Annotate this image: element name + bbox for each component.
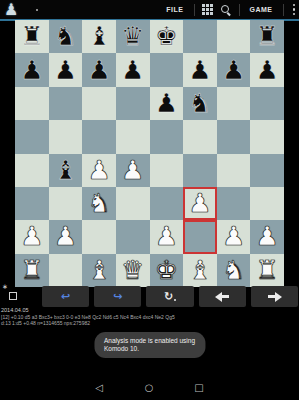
white-pawn: ♟ [222,220,245,253]
square-b2[interactable]: ♟ [49,220,83,253]
black-pawn: ♟ [222,54,245,87]
square-c1[interactable]: ♝ [82,254,116,287]
square-a8[interactable]: ♜ [15,20,49,53]
refresh-icon: ↻ [164,291,173,302]
white-pawn: ♟ [256,220,279,253]
black-rook: ♜ [256,20,279,53]
square-g7[interactable]: ♟ [217,53,251,86]
right-arrow-icon [267,292,282,301]
black-rook: ♜ [20,20,43,53]
black-king: ♚ [155,20,178,53]
black-bishop: ♝ [87,20,110,53]
square-d4[interactable]: ♟ [116,154,150,187]
separator [283,4,284,16]
android-nav-bar: ◁ ○ □ [0,360,299,400]
square-c5[interactable] [82,120,116,153]
square-e6[interactable]: ♟ [150,87,184,120]
square-c3[interactable]: ♞ [82,187,116,220]
square-d1[interactable]: ♛ [116,254,150,287]
square-a1[interactable]: ♜ [15,254,49,287]
game-date: 2014.04.05 [1,307,298,314]
move-toolbar: ↩ ↪ ↻ [42,286,298,307]
square-f1[interactable]: ♝ [183,254,217,287]
action-bar: ♟ FILE GAME [0,0,299,21]
square-d5[interactable] [116,120,150,153]
square-g8[interactable] [217,20,251,53]
black-pawn: ♟ [155,87,178,120]
chess-board: ♜♞♝♛♚♜♟♟♟♟♟♟♟♟♞♝♟♟♞♟♟♟♟♟♟♜♝♛♚♝♞♜ [15,20,284,287]
square-h3[interactable] [250,187,284,220]
action-bar-actions: FILE GAME [163,0,297,19]
white-pawn: ♟ [87,154,110,187]
square-b3[interactable] [49,187,83,220]
takeback-move-button[interactable]: ↩ [42,286,89,307]
chess-app-screen: ♟ FILE GAME ♜♞♝♛♚♜♟♟♟♟♟♟♟♟♞♝♟♟♞♟♟♟♟♟♟♜♝♛… [0,0,299,400]
white-knight: ♞ [87,187,110,220]
square-h7[interactable]: ♟ [250,53,284,86]
black-knight: ♞ [188,87,211,120]
square-g5[interactable] [217,120,251,153]
black-pawn: ♟ [20,54,43,87]
recents-icon[interactable]: □ [192,382,206,394]
white-pawn: ♟ [54,220,77,253]
white-rook: ♜ [256,254,279,287]
white-bishop: ♝ [188,254,211,287]
search-icon[interactable] [220,4,232,16]
square-f8[interactable] [183,20,217,53]
square-g1[interactable]: ♞ [217,254,251,287]
square-b6[interactable] [49,87,83,120]
square-d7[interactable]: ♟ [116,53,150,86]
square-h2[interactable]: ♟ [250,220,284,253]
square-e4[interactable] [150,154,184,187]
square-e5[interactable] [150,120,184,153]
white-pawn: ♟ [121,154,144,187]
square-d2[interactable] [116,220,150,253]
black-pawn: ♟ [256,54,279,87]
engine-output-panel: 2014.04.05 [12] +0.10 d5 a3 Bxc3+ bxc3 0… [1,307,298,326]
white-rook: ♜ [20,254,43,287]
black-queen: ♛ [121,20,144,53]
square-f5[interactable] [183,120,217,153]
white-pawn: ♟ [188,187,211,220]
left-arrow-icon [215,292,230,301]
square-f3[interactable]: ♟ [183,187,217,220]
square-h5[interactable] [250,120,284,153]
analysis-refresh-button[interactable]: ↻ [146,286,193,307]
separator [239,4,240,16]
white-pawn: ♟ [155,220,178,253]
square-f4[interactable] [183,154,217,187]
square-a7[interactable]: ♟ [15,53,49,86]
square-h4[interactable] [250,154,284,187]
white-knight: ♞ [222,254,245,287]
square-d3[interactable] [116,187,150,220]
toast-line-1: Analysis mode is enabled using [104,337,195,345]
square-a3[interactable] [15,187,49,220]
black-knight: ♞ [54,20,77,53]
black-bishop: ♝ [54,154,77,187]
square-g6[interactable] [217,87,251,120]
square-b8[interactable]: ♞ [49,20,83,53]
board-grid-icon[interactable] [202,4,213,15]
previous-button[interactable] [199,286,246,307]
app-pawn-icon: ♟ [4,0,18,19]
black-pawn: ♟ [188,54,211,87]
square-c4[interactable]: ♟ [82,154,116,187]
square-b7[interactable]: ♟ [49,53,83,86]
forward-move-button[interactable]: ↪ [94,286,141,307]
game-menu-button[interactable]: GAME [247,6,276,13]
square-c6[interactable] [82,87,116,120]
square-e8[interactable]: ♚ [150,20,184,53]
square-g4[interactable] [217,154,251,187]
toast-line-2: Komodo 10. [104,345,195,353]
square-e2[interactable]: ♟ [150,220,184,253]
square-d8[interactable]: ♛ [116,20,150,53]
next-button[interactable] [251,286,298,307]
square-h6[interactable] [250,87,284,120]
engine-line-2: d:13 1:d5 +0.48 n=1314655 nps:275982 [1,320,298,326]
white-king: ♚ [155,254,178,287]
square-d6[interactable] [116,87,150,120]
file-menu-button[interactable]: FILE [163,6,186,13]
square-c7[interactable]: ♟ [82,53,116,86]
action-bar-dot [36,9,38,11]
square-g2[interactable]: ♟ [217,220,251,253]
takeback-arrow-icon: ↩ [61,291,70,302]
square-a2[interactable]: ♟ [15,220,49,253]
black-pawn: ♟ [87,54,110,87]
square-b5[interactable] [49,120,83,153]
side-to-move-indicator [9,292,17,300]
white-bishop: ♝ [87,254,110,287]
square-f2[interactable] [183,220,217,253]
square-e3[interactable] [150,187,184,220]
forward-arrow-icon: ↪ [113,291,122,302]
square-h1[interactable]: ♜ [250,254,284,287]
back-icon[interactable]: ◁ [92,382,106,394]
square-h8[interactable]: ♜ [250,20,284,53]
square-e7[interactable] [150,53,184,86]
square-a5[interactable] [15,120,49,153]
square-c8[interactable]: ♝ [82,20,116,53]
square-a6[interactable] [15,87,49,120]
square-a4[interactable] [15,154,49,187]
white-queen: ♛ [121,254,144,287]
engine-star-icon: ∗ [2,283,8,291]
overflow-menu-icon[interactable] [291,4,298,16]
square-b4[interactable]: ♝ [49,154,83,187]
square-b1[interactable] [49,254,83,287]
square-f7[interactable]: ♟ [183,53,217,86]
square-f6[interactable]: ♞ [183,87,217,120]
square-e1[interactable]: ♚ [150,254,184,287]
black-pawn: ♟ [121,54,144,87]
white-pawn: ♟ [20,220,43,253]
black-pawn: ♟ [54,54,77,87]
square-g3[interactable] [217,187,251,220]
home-icon[interactable]: ○ [142,382,156,394]
separator [194,4,195,16]
toast-message: Analysis mode is enabled using Komodo 10… [94,332,205,358]
square-c2[interactable] [82,220,116,253]
